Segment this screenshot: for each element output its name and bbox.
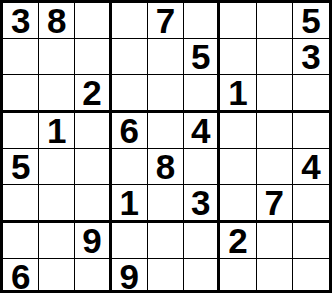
cell-r2c4[interactable]: [112, 39, 148, 75]
cell-r4c8[interactable]: [257, 113, 293, 149]
cell-r4c5[interactable]: [148, 113, 184, 149]
cell-r3c4[interactable]: [112, 75, 148, 113]
cell-r4c6[interactable]: 4: [184, 113, 220, 149]
cell-r3c9[interactable]: [293, 75, 329, 113]
cell-r1c9[interactable]: 5: [293, 3, 329, 39]
cell-r2c2[interactable]: [39, 39, 75, 75]
cell-r7c5[interactable]: [148, 223, 184, 259]
cell-r7c6[interactable]: [184, 223, 220, 259]
cell-r3c8[interactable]: [257, 75, 293, 113]
cell-r1c7[interactable]: [220, 3, 256, 39]
cell-r3c7[interactable]: 1: [220, 75, 256, 113]
cell-r2c6[interactable]: 5: [184, 39, 220, 75]
cell-r5c1[interactable]: 5: [3, 149, 39, 185]
cell-r4c9[interactable]: [293, 113, 329, 149]
cell-r6c8[interactable]: 7: [257, 185, 293, 223]
cell-r6c3[interactable]: [75, 185, 111, 223]
cell-r5c6[interactable]: [184, 149, 220, 185]
cell-r7c4[interactable]: [112, 223, 148, 259]
cell-r6c6[interactable]: 3: [184, 185, 220, 223]
cell-r8c3[interactable]: [75, 259, 111, 293]
cell-r6c4[interactable]: 1: [112, 185, 148, 223]
cell-r1c2[interactable]: 8: [39, 3, 75, 39]
cell-r4c7[interactable]: [220, 113, 256, 149]
cell-r6c5[interactable]: [148, 185, 184, 223]
cell-r2c7[interactable]: [220, 39, 256, 75]
cell-r2c1[interactable]: [3, 39, 39, 75]
cell-r8c2[interactable]: [39, 259, 75, 293]
cell-r6c7[interactable]: [220, 185, 256, 223]
cell-r5c8[interactable]: [257, 149, 293, 185]
cell-r5c9[interactable]: 4: [293, 149, 329, 185]
cell-r1c1[interactable]: 3: [3, 3, 39, 39]
cell-r3c5[interactable]: [148, 75, 184, 113]
cell-r5c4[interactable]: [112, 149, 148, 185]
cell-r7c1[interactable]: [3, 223, 39, 259]
cell-r8c6[interactable]: [184, 259, 220, 293]
cell-r7c7[interactable]: 2: [220, 223, 256, 259]
cell-r4c4[interactable]: 6: [112, 113, 148, 149]
cell-r3c2[interactable]: [39, 75, 75, 113]
cell-r3c6[interactable]: [184, 75, 220, 113]
cell-r8c9[interactable]: [293, 259, 329, 293]
cell-r5c7[interactable]: [220, 149, 256, 185]
cell-r8c7[interactable]: [220, 259, 256, 293]
cell-r1c5[interactable]: 7: [148, 3, 184, 39]
cell-r7c2[interactable]: [39, 223, 75, 259]
cell-r2c3[interactable]: [75, 39, 111, 75]
cell-r3c3[interactable]: 2: [75, 75, 111, 113]
cell-r4c1[interactable]: [3, 113, 39, 149]
cell-r4c3[interactable]: [75, 113, 111, 149]
cell-r5c3[interactable]: [75, 149, 111, 185]
cell-r8c4[interactable]: 9: [112, 259, 148, 293]
cell-r7c3[interactable]: 9: [75, 223, 111, 259]
sudoku-board: 3875532116458413792692638: [0, 0, 332, 293]
cell-r6c9[interactable]: [293, 185, 329, 223]
cell-r3c1[interactable]: [3, 75, 39, 113]
cell-r5c5[interactable]: 8: [148, 149, 184, 185]
cell-r6c2[interactable]: [39, 185, 75, 223]
cell-r7c9[interactable]: [293, 223, 329, 259]
cell-r1c3[interactable]: [75, 3, 111, 39]
cell-r6c1[interactable]: [3, 185, 39, 223]
cell-r1c4[interactable]: [112, 3, 148, 39]
cell-r5c2[interactable]: [39, 149, 75, 185]
cell-r1c6[interactable]: [184, 3, 220, 39]
cell-r2c8[interactable]: [257, 39, 293, 75]
cell-r1c8[interactable]: [257, 3, 293, 39]
cell-r8c8[interactable]: [257, 259, 293, 293]
cell-r8c1[interactable]: 6: [3, 259, 39, 293]
cell-r8c5[interactable]: [148, 259, 184, 293]
cell-r2c5[interactable]: [148, 39, 184, 75]
cell-r4c2[interactable]: 1: [39, 113, 75, 149]
cell-r7c8[interactable]: [257, 223, 293, 259]
cell-r2c9[interactable]: 3: [293, 39, 329, 75]
